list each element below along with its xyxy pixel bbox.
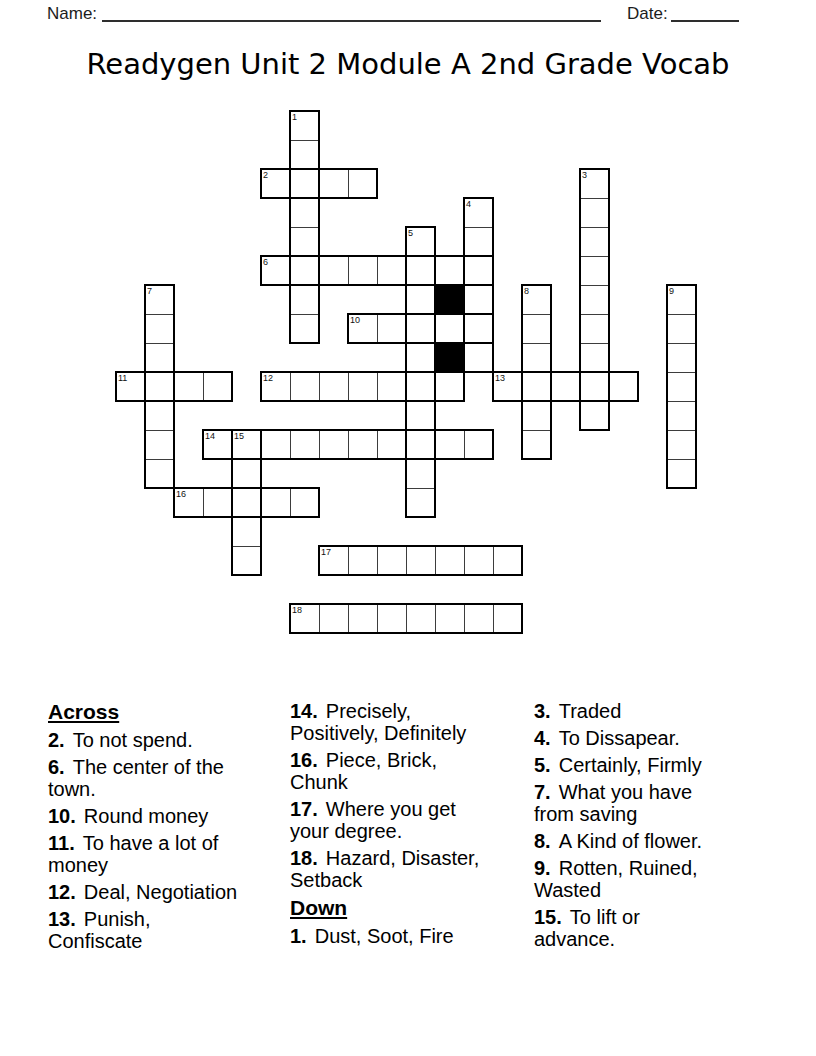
clue-column-2: 14.Precisely, Positively, Definitely16.P… <box>290 700 530 952</box>
clue-text: A Kind of flower. <box>559 830 702 852</box>
grid-cell[interactable] <box>406 401 436 431</box>
grid-cell[interactable] <box>290 140 320 170</box>
grid-cell[interactable] <box>290 430 320 460</box>
clue-text: Round money <box>84 805 209 827</box>
grid-cell[interactable] <box>145 372 175 402</box>
clue-number: 15. <box>534 906 562 928</box>
grid-cell[interactable] <box>464 227 494 257</box>
grid-cell[interactable] <box>522 430 552 460</box>
clue-number: 12. <box>48 881 76 903</box>
grid-cell[interactable] <box>348 169 378 199</box>
clue-text: Traded <box>559 700 622 722</box>
name-label: Name: <box>47 4 97 24</box>
clue-item: 8.A Kind of flower. <box>534 830 769 852</box>
grid-cell[interactable] <box>580 343 610 373</box>
grid-cell[interactable] <box>290 256 320 286</box>
grid-cell[interactable] <box>261 488 291 518</box>
grid-cell[interactable] <box>667 372 697 402</box>
grid-cell[interactable] <box>203 372 233 402</box>
across-header: Across <box>48 700 283 723</box>
clue-item: 11.To have a lot of money <box>48 832 283 876</box>
clue-text: Dust, Soot, Fire <box>315 925 454 947</box>
grid-cell[interactable] <box>667 430 697 460</box>
grid-cell[interactable] <box>290 604 320 634</box>
grid-cell[interactable] <box>667 314 697 344</box>
grid-cell[interactable] <box>522 372 552 402</box>
clue-item: 2.To not spend. <box>48 729 283 751</box>
grid-cell[interactable] <box>435 314 465 344</box>
grid-cell[interactable] <box>522 343 552 373</box>
grid-cell[interactable] <box>348 314 378 344</box>
clue-number: 3. <box>534 700 551 722</box>
grid-cell[interactable] <box>667 343 697 373</box>
clue-text: The center of the town. <box>48 756 224 800</box>
clue-item: 18.Hazard, Disaster, Setback <box>290 847 530 891</box>
grid-cell[interactable] <box>319 372 349 402</box>
grid-cell[interactable] <box>406 488 436 518</box>
grid-cell[interactable] <box>261 256 291 286</box>
grid-cell[interactable] <box>464 546 494 576</box>
grid-cell[interactable] <box>145 343 175 373</box>
grid-cell[interactable] <box>203 430 233 460</box>
clue-number: 13. <box>48 908 76 930</box>
crossword-grid: 123456789101112131415161718 <box>116 111 697 634</box>
grid-cell[interactable] <box>406 343 436 373</box>
grid-cell[interactable] <box>580 401 610 431</box>
grid-cell[interactable] <box>406 459 436 489</box>
clue-item: 10.Round money <box>48 805 283 827</box>
clue-text: Deal, Negotiation <box>84 881 237 903</box>
grid-cell[interactable] <box>464 198 494 228</box>
black-cell <box>435 343 465 373</box>
clue-item: 15.To lift or advance. <box>534 906 769 950</box>
down-header: Down <box>290 896 530 919</box>
grid-cell[interactable] <box>319 256 349 286</box>
grid-cell[interactable] <box>203 488 233 518</box>
clue-column-3: 3.Traded4.To Dissapear.5.Certainly, Firm… <box>534 700 769 955</box>
grid-cell[interactable] <box>348 430 378 460</box>
grid-cell[interactable] <box>377 546 407 576</box>
grid-cell[interactable] <box>377 372 407 402</box>
grid-cell[interactable] <box>116 372 146 402</box>
grid-cell[interactable] <box>493 604 523 634</box>
grid-cell[interactable] <box>174 488 204 518</box>
grid-cell[interactable] <box>377 430 407 460</box>
grid-cell[interactable] <box>406 285 436 315</box>
clue-number: 16. <box>290 749 318 771</box>
clue-number: 2. <box>48 729 65 751</box>
grid-cell[interactable] <box>232 517 262 547</box>
clue-text: Certainly, Firmly <box>559 754 702 776</box>
grid-cell[interactable] <box>319 169 349 199</box>
grid-cell[interactable] <box>580 169 610 199</box>
grid-cell[interactable] <box>406 314 436 344</box>
clue-number: 14. <box>290 700 318 722</box>
grid-cell[interactable] <box>580 198 610 228</box>
grid-cell[interactable] <box>290 169 320 199</box>
date-blank-line <box>671 20 739 22</box>
grid-cell[interactable] <box>348 372 378 402</box>
grid-cell[interactable] <box>174 372 204 402</box>
grid-cell[interactable] <box>348 604 378 634</box>
grid-cell[interactable] <box>464 343 494 373</box>
clue-number: 8. <box>534 830 551 852</box>
grid-cell[interactable] <box>290 314 320 344</box>
grid-cell[interactable] <box>319 604 349 634</box>
grid-cell[interactable] <box>464 430 494 460</box>
clue-number: 17. <box>290 798 318 820</box>
grid-cell[interactable] <box>435 546 465 576</box>
grid-cell[interactable] <box>609 372 639 402</box>
grid-cell[interactable] <box>435 604 465 634</box>
grid-cell[interactable] <box>290 198 320 228</box>
grid-cell[interactable] <box>522 314 552 344</box>
grid-cell[interactable] <box>667 401 697 431</box>
grid-cell[interactable] <box>290 285 320 315</box>
clue-item: 7.What you have from saving <box>534 781 769 825</box>
clue-number: 6. <box>48 756 65 778</box>
clue-number: 1. <box>290 925 307 947</box>
grid-cell[interactable] <box>406 430 436 460</box>
date-label: Date: <box>627 4 668 24</box>
clue-text: Rotten, Ruined, Wasted <box>534 857 698 901</box>
clue-number: 7. <box>534 781 551 803</box>
clue-item: 5.Certainly, Firmly <box>534 754 769 776</box>
grid-cell[interactable] <box>522 285 552 315</box>
grid-cell[interactable] <box>551 372 581 402</box>
clue-text: To Dissapear. <box>559 727 680 749</box>
grid-cell[interactable] <box>580 314 610 344</box>
clue-item: 9.Rotten, Ruined, Wasted <box>534 857 769 901</box>
grid-cell[interactable] <box>580 256 610 286</box>
grid-cell[interactable] <box>493 372 523 402</box>
clue-item: 13.Punish, Confiscate <box>48 908 283 952</box>
grid-cell[interactable] <box>232 430 262 460</box>
grid-cell[interactable] <box>667 285 697 315</box>
grid-cell[interactable] <box>232 488 262 518</box>
grid-cell[interactable] <box>261 372 291 402</box>
grid-cell[interactable] <box>145 459 175 489</box>
grid-cell[interactable] <box>493 546 523 576</box>
grid-cell[interactable] <box>464 604 494 634</box>
grid-cell[interactable] <box>464 285 494 315</box>
clue-text: What you have from saving <box>534 781 692 825</box>
grid-cell[interactable] <box>580 227 610 257</box>
clue-number: 10. <box>48 805 76 827</box>
grid-cell[interactable] <box>232 546 262 576</box>
grid-cell[interactable] <box>377 604 407 634</box>
grid-cell[interactable] <box>522 401 552 431</box>
grid-cell[interactable] <box>667 459 697 489</box>
clue-number: 11. <box>48 832 75 854</box>
grid-cell[interactable] <box>145 285 175 315</box>
grid-cell[interactable] <box>290 111 320 141</box>
grid-cell[interactable] <box>348 256 378 286</box>
grid-cell[interactable] <box>261 430 291 460</box>
clue-text: Hazard, Disaster, Setback <box>290 847 479 891</box>
clue-item: 14.Precisely, Positively, Definitely <box>290 700 530 744</box>
grid-cell[interactable] <box>348 546 378 576</box>
clue-item: 4.To Dissapear. <box>534 727 769 749</box>
grid-cell[interactable] <box>464 314 494 344</box>
clue-number: 18. <box>290 847 318 869</box>
grid-cell[interactable] <box>290 372 320 402</box>
grid-cell[interactable] <box>406 256 436 286</box>
grid-cell[interactable] <box>145 314 175 344</box>
clue-item: 12.Deal, Negotiation <box>48 881 283 903</box>
grid-cell[interactable] <box>319 546 349 576</box>
grid-cell[interactable] <box>580 372 610 402</box>
clue-item: 1.Dust, Soot, Fire <box>290 925 530 947</box>
grid-cell[interactable] <box>377 256 407 286</box>
black-cell <box>435 285 465 315</box>
grid-cell[interactable] <box>290 488 320 518</box>
grid-cell[interactable] <box>145 430 175 460</box>
grid-cell[interactable] <box>377 314 407 344</box>
grid-cell[interactable] <box>406 604 436 634</box>
clue-item: 17.Where you get your degree. <box>290 798 530 842</box>
clue-column-1: Across2.To not spend.6.The center of the… <box>48 700 283 957</box>
grid-cell[interactable] <box>435 430 465 460</box>
clue-number: 5. <box>534 754 551 776</box>
grid-cell[interactable] <box>435 256 465 286</box>
clue-text: To not spend. <box>73 729 193 751</box>
grid-cell[interactable] <box>232 459 262 489</box>
name-blank-line <box>102 20 601 22</box>
grid-cell[interactable] <box>406 546 436 576</box>
grid-cell[interactable] <box>145 401 175 431</box>
clue-item: 6.The center of the town. <box>48 756 283 800</box>
grid-cell[interactable] <box>319 430 349 460</box>
grid-cell[interactable] <box>435 372 465 402</box>
grid-cell[interactable] <box>290 227 320 257</box>
worksheet-title: Readygen Unit 2 Module A 2nd Grade Vocab <box>0 47 816 81</box>
clue-item: 3.Traded <box>534 700 769 722</box>
grid-cell[interactable] <box>580 285 610 315</box>
grid-cell[interactable] <box>406 372 436 402</box>
grid-cell[interactable] <box>261 169 291 199</box>
clue-item: 16.Piece, Brick, Chunk <box>290 749 530 793</box>
clue-number: 9. <box>534 857 551 879</box>
clue-number: 4. <box>534 727 551 749</box>
grid-cell[interactable] <box>464 256 494 286</box>
grid-cell[interactable] <box>406 227 436 257</box>
